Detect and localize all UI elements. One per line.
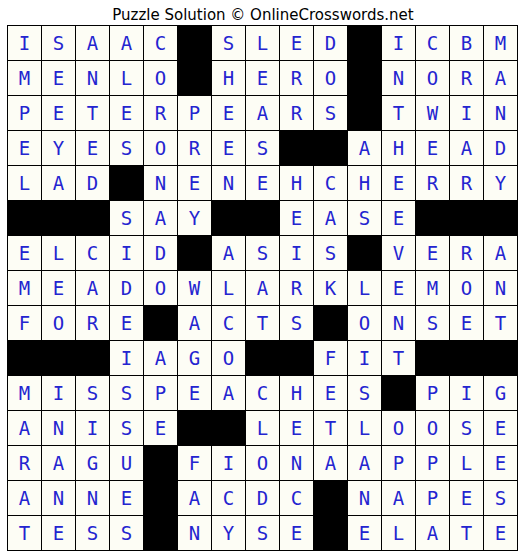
block-cell-r1c11 (348, 26, 381, 60)
letter-cell-r9c14: E (450, 306, 483, 340)
letter-cell-r3c15: N (484, 96, 517, 130)
letter-cell-r14c15: S (484, 481, 517, 515)
letter-cell-r7c15: A (484, 236, 517, 270)
block-cell-r15c10 (314, 516, 347, 550)
page-title: Puzzle Solution © OnlineCrosswords.net (0, 0, 526, 25)
letter-cell-r15c9: E (280, 516, 313, 550)
letter-cell-r13c2: A (42, 446, 75, 480)
letter-cell-r10c10: F (314, 341, 347, 375)
block-cell-r3c11 (348, 96, 381, 130)
letter-cell-r7c4: I (110, 236, 143, 270)
letter-cell-r13c10: A (314, 446, 347, 480)
letter-cell-r5c13: R (416, 166, 449, 200)
letter-cell-r4c11: A (348, 131, 381, 165)
block-cell-r6c14 (450, 201, 483, 235)
letter-cell-r1c12: I (382, 26, 415, 60)
letter-cell-r15c13: A (416, 516, 449, 550)
letter-cell-r1c7: S (212, 26, 245, 60)
letter-cell-r5c9: H (280, 166, 313, 200)
letter-cell-r1c3: A (76, 26, 109, 60)
letter-cell-r6c5: A (144, 201, 177, 235)
letter-cell-r14c12: A (382, 481, 415, 515)
letter-cell-r8c14: O (450, 271, 483, 305)
letter-cell-r12c2: N (42, 411, 75, 445)
puzzle-solution-page: Puzzle Solution © OnlineCrosswords.net I… (0, 0, 526, 551)
letter-cell-r9c1: F (8, 306, 41, 340)
letter-cell-r13c14: L (450, 446, 483, 480)
block-cell-r15c5 (144, 516, 177, 550)
letter-cell-r7c8: S (246, 236, 279, 270)
letter-cell-r9c12: N (382, 306, 415, 340)
letter-cell-r5c10: C (314, 166, 347, 200)
letter-cell-r6c4: S (110, 201, 143, 235)
letter-cell-r15c14: T (450, 516, 483, 550)
letter-cell-r13c3: G (76, 446, 109, 480)
letter-cell-r2c1: M (8, 61, 41, 95)
letter-cell-r12c8: L (246, 411, 279, 445)
letter-cell-r3c2: E (42, 96, 75, 130)
letter-cell-r7c12: V (382, 236, 415, 270)
letter-cell-r3c5: R (144, 96, 177, 130)
letter-cell-r14c3: N (76, 481, 109, 515)
letter-cell-r8c4: D (110, 271, 143, 305)
letter-cell-r11c10: E (314, 376, 347, 410)
letter-cell-r13c7: I (212, 446, 245, 480)
letter-cell-r4c13: E (416, 131, 449, 165)
letter-cell-r1c8: L (246, 26, 279, 60)
letter-cell-r14c8: D (246, 481, 279, 515)
letter-cell-r11c11: S (348, 376, 381, 410)
letter-cell-r5c1: L (8, 166, 41, 200)
block-cell-r10c9 (280, 341, 313, 375)
letter-cell-r4c1: E (8, 131, 41, 165)
letter-cell-r10c12: T (382, 341, 415, 375)
letter-cell-r9c4: E (110, 306, 143, 340)
letter-cell-r2c2: E (42, 61, 75, 95)
letter-cell-r1c4: A (110, 26, 143, 60)
letter-cell-r12c5: E (144, 411, 177, 445)
letter-cell-r15c1: T (8, 516, 41, 550)
letter-cell-r3c6: P (178, 96, 211, 130)
letter-cell-r9c11: O (348, 306, 381, 340)
letter-cell-r1c1: I (8, 26, 41, 60)
letter-cell-r4c7: E (212, 131, 245, 165)
block-cell-r9c5 (144, 306, 177, 340)
letter-cell-r9c15: T (484, 306, 517, 340)
block-cell-r10c2 (42, 341, 75, 375)
letter-cell-r11c13: P (416, 376, 449, 410)
block-cell-r10c13 (416, 341, 449, 375)
letter-cell-r9c7: C (212, 306, 245, 340)
letter-cell-r1c9: E (280, 26, 313, 60)
block-cell-r7c11 (348, 236, 381, 270)
letter-cell-r4c2: Y (42, 131, 75, 165)
letter-cell-r5c7: N (212, 166, 245, 200)
letter-cell-r6c11: S (348, 201, 381, 235)
letter-cell-r7c3: C (76, 236, 109, 270)
block-cell-r12c6 (178, 411, 211, 445)
letter-cell-r10c6: G (178, 341, 211, 375)
block-cell-r1c6 (178, 26, 211, 60)
block-cell-r6c15 (484, 201, 517, 235)
block-cell-r6c7 (212, 201, 245, 235)
letter-cell-r10c7: O (212, 341, 245, 375)
letter-cell-r8c7: L (212, 271, 245, 305)
letter-cell-r11c1: M (8, 376, 41, 410)
letter-cell-r4c6: R (178, 131, 211, 165)
letter-cell-r11c3: S (76, 376, 109, 410)
letter-cell-r15c7: Y (212, 516, 245, 550)
block-cell-r9c10 (314, 306, 347, 340)
letter-cell-r8c3: A (76, 271, 109, 305)
letter-cell-r7c9: I (280, 236, 313, 270)
letter-cell-r2c10: O (314, 61, 347, 95)
letter-cell-r13c8: O (246, 446, 279, 480)
letter-cell-r15c2: E (42, 516, 75, 550)
letter-cell-r3c12: T (382, 96, 415, 130)
letter-cell-r5c11: H (348, 166, 381, 200)
letter-cell-r1c15: M (484, 26, 517, 60)
letter-cell-r8c1: M (8, 271, 41, 305)
letter-cell-r13c11: A (348, 446, 381, 480)
letter-cell-r8c8: A (246, 271, 279, 305)
letter-cell-r8c12: E (382, 271, 415, 305)
letter-cell-r9c9: S (280, 306, 313, 340)
letter-cell-r2c4: L (110, 61, 143, 95)
letter-cell-r12c4: S (110, 411, 143, 445)
letter-cell-r2c8: E (246, 61, 279, 95)
letter-cell-r6c12: E (382, 201, 415, 235)
letter-cell-r12c13: O (416, 411, 449, 445)
letter-cell-r3c1: P (8, 96, 41, 130)
letter-cell-r1c14: B (450, 26, 483, 60)
letter-cell-r12c10: T (314, 411, 347, 445)
letter-cell-r10c4: I (110, 341, 143, 375)
letter-cell-r10c5: A (144, 341, 177, 375)
block-cell-r4c9 (280, 131, 313, 165)
letter-cell-r2c13: O (416, 61, 449, 95)
letter-cell-r6c9: E (280, 201, 313, 235)
letter-cell-r15c11: E (348, 516, 381, 550)
letter-cell-r4c8: S (246, 131, 279, 165)
letter-cell-r5c14: R (450, 166, 483, 200)
letter-cell-r13c9: N (280, 446, 313, 480)
block-cell-r10c1 (8, 341, 41, 375)
letter-cell-r1c13: C (416, 26, 449, 60)
letter-cell-r15c15: E (484, 516, 517, 550)
letter-cell-r7c5: D (144, 236, 177, 270)
letter-cell-r5c3: D (76, 166, 109, 200)
letter-cell-r9c13: S (416, 306, 449, 340)
letter-cell-r11c6: E (178, 376, 211, 410)
letter-cell-r14c1: A (8, 481, 41, 515)
letter-cell-r2c7: H (212, 61, 245, 95)
block-cell-r14c10 (314, 481, 347, 515)
letter-cell-r12c14: S (450, 411, 483, 445)
letter-cell-r4c3: E (76, 131, 109, 165)
letter-cell-r2c12: N (382, 61, 415, 95)
letter-cell-r7c14: R (450, 236, 483, 270)
letter-cell-r11c5: P (144, 376, 177, 410)
letter-cell-r7c7: A (212, 236, 245, 270)
letter-cell-r1c2: S (42, 26, 75, 60)
letter-cell-r13c4: U (110, 446, 143, 480)
block-cell-r13c5 (144, 446, 177, 480)
letter-cell-r13c15: E (484, 446, 517, 480)
block-cell-r6c3 (76, 201, 109, 235)
letter-cell-r13c1: R (8, 446, 41, 480)
letter-cell-r15c3: S (76, 516, 109, 550)
letter-cell-r13c12: P (382, 446, 415, 480)
letter-cell-r8c6: W (178, 271, 211, 305)
letter-cell-r11c14: I (450, 376, 483, 410)
letter-cell-r14c7: C (212, 481, 245, 515)
letter-cell-r9c8: T (246, 306, 279, 340)
letter-cell-r11c2: I (42, 376, 75, 410)
letter-cell-r11c8: C (246, 376, 279, 410)
letter-cell-r15c6: N (178, 516, 211, 550)
letter-cell-r12c12: O (382, 411, 415, 445)
letter-cell-r5c5: N (144, 166, 177, 200)
letter-cell-r14c4: E (110, 481, 143, 515)
letter-cell-r2c3: N (76, 61, 109, 95)
letter-cell-r6c6: Y (178, 201, 211, 235)
letter-cell-r3c4: E (110, 96, 143, 130)
letter-cell-r8c10: K (314, 271, 347, 305)
letter-cell-r4c12: H (382, 131, 415, 165)
block-cell-r11c12 (382, 376, 415, 410)
letter-cell-r4c4: S (110, 131, 143, 165)
letter-cell-r12c3: I (76, 411, 109, 445)
letter-cell-r10c11: I (348, 341, 381, 375)
letter-cell-r11c7: A (212, 376, 245, 410)
letter-cell-r5c6: E (178, 166, 211, 200)
letter-cell-r14c14: E (450, 481, 483, 515)
letter-cell-r3c13: W (416, 96, 449, 130)
letter-cell-r14c11: N (348, 481, 381, 515)
letter-cell-r12c1: A (8, 411, 41, 445)
block-cell-r14c5 (144, 481, 177, 515)
letter-cell-r2c14: R (450, 61, 483, 95)
letter-cell-r12c9: E (280, 411, 313, 445)
block-cell-r2c11 (348, 61, 381, 95)
letter-cell-r12c15: E (484, 411, 517, 445)
letter-cell-r3c14: I (450, 96, 483, 130)
letter-cell-r14c2: N (42, 481, 75, 515)
letter-cell-r5c8: E (246, 166, 279, 200)
letter-cell-r8c9: R (280, 271, 313, 305)
block-cell-r6c8 (246, 201, 279, 235)
block-cell-r4c10 (314, 131, 347, 165)
crossword-grid: ISAACSLEDICBMMENLOHERONORAPETERPEARSTWIN… (7, 25, 518, 551)
block-cell-r7c6 (178, 236, 211, 270)
letter-cell-r12c11: L (348, 411, 381, 445)
letter-cell-r14c6: A (178, 481, 211, 515)
letter-cell-r11c15: G (484, 376, 517, 410)
block-cell-r10c15 (484, 341, 517, 375)
letter-cell-r2c15: A (484, 61, 517, 95)
letter-cell-r3c10: S (314, 96, 347, 130)
letter-cell-r3c8: A (246, 96, 279, 130)
block-cell-r10c14 (450, 341, 483, 375)
letter-cell-r7c1: E (8, 236, 41, 270)
letter-cell-r4c14: A (450, 131, 483, 165)
letter-cell-r3c7: E (212, 96, 245, 130)
letter-cell-r4c5: O (144, 131, 177, 165)
letter-cell-r2c5: O (144, 61, 177, 95)
letter-cell-r5c2: A (42, 166, 75, 200)
letter-cell-r8c11: L (348, 271, 381, 305)
block-cell-r6c1 (8, 201, 41, 235)
letter-cell-r15c8: S (246, 516, 279, 550)
letter-cell-r11c9: H (280, 376, 313, 410)
letter-cell-r6c10: A (314, 201, 347, 235)
letter-cell-r8c15: N (484, 271, 517, 305)
letter-cell-r13c6: F (178, 446, 211, 480)
letter-cell-r11c4: S (110, 376, 143, 410)
letter-cell-r8c13: M (416, 271, 449, 305)
letter-cell-r15c4: S (110, 516, 143, 550)
letter-cell-r1c10: D (314, 26, 347, 60)
block-cell-r6c2 (42, 201, 75, 235)
letter-cell-r1c5: C (144, 26, 177, 60)
letter-cell-r9c2: O (42, 306, 75, 340)
letter-cell-r2c9: R (280, 61, 313, 95)
block-cell-r6c13 (416, 201, 449, 235)
letter-cell-r3c9: R (280, 96, 313, 130)
block-cell-r2c6 (178, 61, 211, 95)
letter-cell-r4c15: D (484, 131, 517, 165)
letter-cell-r7c2: L (42, 236, 75, 270)
letter-cell-r5c12: E (382, 166, 415, 200)
letter-cell-r14c13: P (416, 481, 449, 515)
block-cell-r12c7 (212, 411, 245, 445)
letter-cell-r7c10: S (314, 236, 347, 270)
letter-cell-r3c3: T (76, 96, 109, 130)
letter-cell-r9c6: A (178, 306, 211, 340)
block-cell-r10c8 (246, 341, 279, 375)
letter-cell-r7c13: E (416, 236, 449, 270)
letter-cell-r5c15: Y (484, 166, 517, 200)
letter-cell-r8c2: E (42, 271, 75, 305)
letter-cell-r8c5: O (144, 271, 177, 305)
letter-cell-r9c3: R (76, 306, 109, 340)
block-cell-r10c3 (76, 341, 109, 375)
block-cell-r5c4 (110, 166, 143, 200)
letter-cell-r14c9: C (280, 481, 313, 515)
letter-cell-r15c12: L (382, 516, 415, 550)
letter-cell-r13c13: P (416, 446, 449, 480)
